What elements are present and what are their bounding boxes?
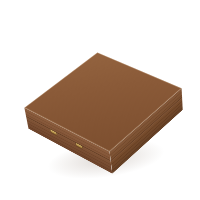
scene: [0, 0, 200, 200]
camera-tilt: [0, 0, 200, 200]
chess-set-photo: [0, 0, 200, 200]
brass-clasp: [50, 130, 56, 135]
brass-clasp: [76, 143, 83, 149]
